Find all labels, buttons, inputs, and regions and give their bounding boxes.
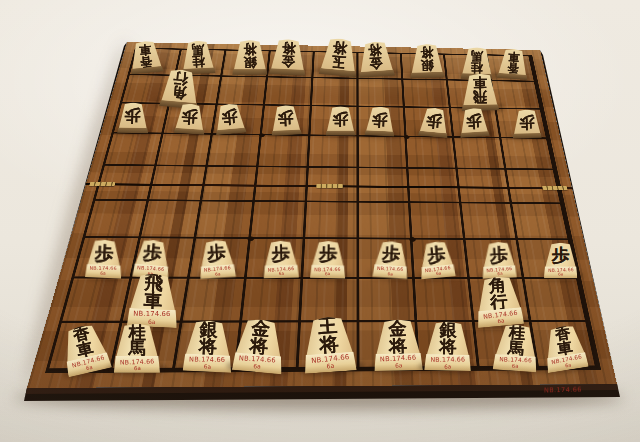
piece-front-face: NB.174.666a <box>264 265 300 279</box>
piece-kanji: 香車 <box>71 325 94 360</box>
piece-front-face <box>232 69 268 75</box>
piece-near-gold: 金将NB.174.666a <box>232 317 286 374</box>
piece-kanji: 歩 <box>552 246 570 263</box>
piece-far-pawn: 歩 <box>365 106 396 137</box>
piece-kanji: 銀将 <box>199 320 219 356</box>
piece-far-lance: 香車 <box>497 48 530 80</box>
piece-top-face: 金将 <box>269 39 307 71</box>
piece-far-king: 玉将 <box>318 37 359 78</box>
piece-inventory-sub: 6a <box>435 272 441 277</box>
piece-inventory-sub: 6a <box>203 364 210 370</box>
piece-kanji: 桂馬 <box>191 42 205 67</box>
piece-far-pawn: 歩 <box>418 107 450 139</box>
piece-top-face: 歩 <box>325 106 355 131</box>
piece-kanji: 歩 <box>382 245 401 264</box>
piece-kanji: 飛車 <box>144 273 164 310</box>
piece-kanji: 歩 <box>277 110 294 126</box>
piece-inventory-sub: 6a <box>254 363 262 370</box>
piece-near-pawn: 歩NB.174.666a <box>372 240 409 279</box>
piece-inventory-sub: 6a <box>133 365 140 371</box>
piece-far-pawn: 歩 <box>270 105 302 136</box>
piece-top-face: 銀将 <box>183 320 233 357</box>
piece-near-pawn: 歩NB.174.666a <box>85 239 123 279</box>
piece-kanji: 歩 <box>207 243 227 262</box>
piece-front-face <box>325 131 355 136</box>
piece-top-face: 歩 <box>373 240 409 267</box>
piece-kanji: 歩 <box>333 111 349 126</box>
piece-near-lance: 香車NB.174.666a <box>541 324 589 374</box>
piece-inventory-sub: 6a <box>387 272 392 277</box>
piece-kanji: 王将 <box>318 316 340 355</box>
piece-far-silver: 銀将 <box>409 43 444 78</box>
piece-kanji: 金将 <box>368 43 383 70</box>
piece-top-face: 歩 <box>419 107 451 135</box>
piece-top-face: 金将 <box>357 40 395 73</box>
piece-top-face: 桂馬 <box>493 323 539 357</box>
piece-front-face: NB.174.666a <box>310 265 345 278</box>
piece-top-face: 飛車 <box>128 272 180 310</box>
piece-kanji: 歩 <box>142 243 162 263</box>
piece-far-lance: 香車 <box>128 40 163 75</box>
piece-top-face: 桂馬 <box>114 324 160 357</box>
piece-near-king: 王将NB.174.666a <box>301 315 356 373</box>
piece-far-pawn: 歩 <box>117 102 149 133</box>
piece-top-face: 桂馬 <box>460 47 493 75</box>
piece-top-face: 歩 <box>418 240 455 268</box>
piece-kanji: 歩 <box>222 109 239 126</box>
piece-top-face: 歩 <box>214 103 247 131</box>
piece-front-face <box>513 133 542 139</box>
piece-front-face: NB.174.666a <box>544 266 578 278</box>
piece-far-pawn: 歩 <box>458 107 489 138</box>
piece-kanji: 桂馬 <box>507 324 525 357</box>
piece-kanji: 香車 <box>507 51 520 74</box>
piece-kanji: 金将 <box>249 319 271 356</box>
piece-inventory-sub: 6a <box>215 271 221 276</box>
piece-kanji: 角行 <box>172 71 189 100</box>
piece-top-face: 歩 <box>310 241 346 267</box>
piece-front-face: NB.174.666a <box>85 264 122 279</box>
piece-kanji: 歩 <box>465 113 481 129</box>
piece-kanji: 歩 <box>490 245 509 263</box>
piece-top-face: 香車 <box>128 40 163 70</box>
piece-far-pawn: 歩 <box>173 103 206 135</box>
piece-kanji: 角行 <box>488 276 508 311</box>
piece-top-face: 飛車 <box>461 73 500 106</box>
piece-inventory-sub: 6a <box>558 273 563 278</box>
piece-kanji: 歩 <box>272 244 291 262</box>
piece-kanji: 歩 <box>372 112 388 128</box>
piece-top-face: 歩 <box>173 103 206 131</box>
piece-kanji: 歩 <box>95 243 115 262</box>
piece-far-pawn: 歩 <box>512 109 542 138</box>
piece-inventory-sub: 6a <box>564 362 571 369</box>
piece-near-knight: 桂馬NB.174.666a <box>492 323 539 372</box>
piece-kanji: 銀将 <box>420 46 433 71</box>
piece-inventory-sub: 6a <box>101 271 106 276</box>
piece-top-face: 歩 <box>458 107 489 134</box>
piece-near-pawn: 歩NB.174.666a <box>418 240 456 279</box>
piece-inventory-sub: 6a <box>511 363 518 369</box>
piece-kanji: 歩 <box>519 114 535 129</box>
piece-top-face: 王将 <box>301 315 355 356</box>
piece-far-gold: 金将 <box>269 39 307 76</box>
piece-top-face: 歩 <box>263 240 299 266</box>
piece-top-face: 銀将 <box>232 40 268 70</box>
piece-near-pawn: 歩NB.174.666a <box>310 241 346 279</box>
piece-near-pawn: 歩NB.174.666a <box>544 243 578 278</box>
piece-kanji: 香車 <box>554 325 574 357</box>
piece-kanji: 歩 <box>125 108 142 124</box>
piece-kanji: 玉将 <box>331 40 348 69</box>
piece-kanji: 桂馬 <box>470 49 482 73</box>
piece-top-face: 香車 <box>497 48 529 76</box>
piece-front-face: NB.174.666a <box>183 354 232 374</box>
pieces-layer: 香車桂馬銀将金将玉将金将銀将桂馬香車角行飛車歩歩歩歩歩歩歩歩歩歩NB.174.6… <box>0 0 640 442</box>
piece-far-pawn: 歩 <box>325 106 355 135</box>
piece-inventory-sub: 6a <box>85 364 93 371</box>
piece-near-bishop: 角行NB.174.666a <box>473 275 524 328</box>
piece-top-face: 歩 <box>118 102 150 129</box>
piece-inventory-sub: 6a <box>279 272 285 277</box>
piece-near-silver: 銀将NB.174.666a <box>424 321 472 371</box>
piece-kanji: 金将 <box>388 319 407 355</box>
piece-inventory-sub: 6a <box>395 363 403 370</box>
piece-front-face: NB.174.666a <box>424 354 471 372</box>
piece-kanji: 銀将 <box>439 321 457 355</box>
piece-far-silver: 銀将 <box>232 40 268 75</box>
piece-top-face: 玉将 <box>319 37 360 72</box>
piece-inventory-sub: 6a <box>326 362 334 370</box>
piece-kanji: 桂馬 <box>128 324 145 358</box>
piece-kanji: 銀将 <box>243 42 256 68</box>
piece-top-face: 金将 <box>373 319 422 355</box>
piece-front-face: NB.174.666a <box>374 353 423 372</box>
piece-top-face: 歩 <box>198 239 235 267</box>
piece-top-face: 歩 <box>86 239 123 267</box>
piece-top-face: 銀将 <box>409 43 444 73</box>
piece-top-face: 銀将 <box>424 321 471 356</box>
piece-top-face: 歩 <box>512 109 542 134</box>
piece-top-face: 歩 <box>133 238 171 267</box>
piece-kanji: 飛車 <box>473 76 488 104</box>
piece-kanji: 歩 <box>319 245 338 263</box>
piece-top-face: 歩 <box>544 243 578 267</box>
piece-front-face: NB.174.666a <box>114 356 160 373</box>
piece-front-face: NB.174.666a <box>199 264 235 279</box>
piece-near-knight: 桂馬NB.174.666a <box>114 324 160 373</box>
piece-top-face: 角行 <box>473 275 522 312</box>
piece-inventory-sub: 6a <box>444 363 451 369</box>
piece-top-face: 桂馬 <box>180 40 215 70</box>
piece-far-gold: 金将 <box>357 40 395 78</box>
piece-top-face: 歩 <box>481 242 516 268</box>
piece-front-face: NB.174.666a <box>372 264 408 279</box>
piece-top-face: 歩 <box>270 105 302 132</box>
piece-far-rook: 飛車 <box>461 73 500 111</box>
piece-kanji: 歩 <box>426 112 443 129</box>
piece-top-face: 金将 <box>234 317 287 357</box>
piece-inventory-sub: 6a <box>325 272 330 277</box>
piece-kanji: 歩 <box>181 108 198 125</box>
piece-near-pawn: 歩NB.174.666a <box>198 239 236 279</box>
piece-inventory-number: NB.174.66 <box>430 356 465 364</box>
piece-near-rook: 飛車NB.174.666a <box>127 272 179 327</box>
piece-top-face: 角行 <box>159 68 201 104</box>
piece-near-lance: 香車NB.174.666a <box>58 322 112 378</box>
piece-front-face <box>409 72 444 79</box>
piece-kanji: 金将 <box>280 41 295 68</box>
piece-kanji: 歩 <box>427 245 446 264</box>
piece-front-face <box>117 127 148 133</box>
piece-far-pawn: 歩 <box>214 103 247 136</box>
photo-stage: NB.174.66 香車桂馬銀将金将玉将金将銀将桂馬香車角行飛車歩歩歩歩歩歩歩歩… <box>0 0 640 442</box>
piece-near-pawn: 歩NB.174.666a <box>481 242 517 279</box>
piece-kanji: 香車 <box>139 42 153 67</box>
piece-near-pawn: 歩NB.174.666a <box>263 240 299 278</box>
piece-top-face: 歩 <box>365 106 396 133</box>
piece-near-gold: 金将NB.174.666a <box>373 319 423 372</box>
